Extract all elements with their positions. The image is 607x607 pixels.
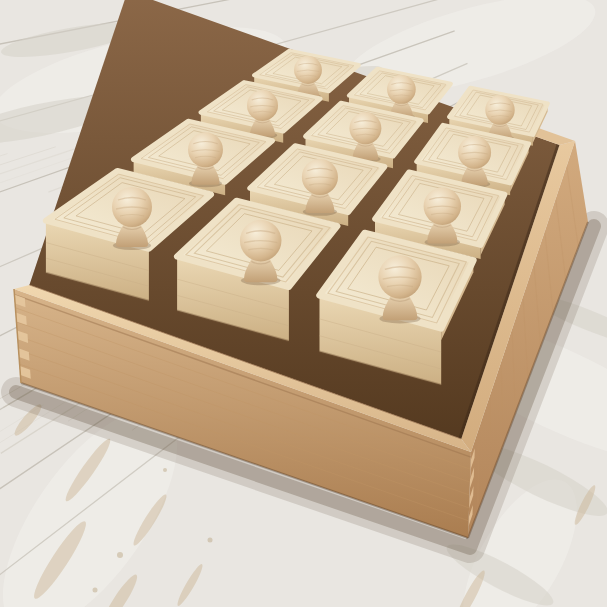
knob-handle [188,132,223,187]
scene-svg [0,0,607,607]
photo-scene [0,0,607,607]
knob-handle [424,188,461,247]
knob-handle [349,112,381,162]
knob-handle [458,136,491,188]
knob-handle [378,255,421,323]
knob-handle [247,90,278,139]
knob-handle [240,220,282,285]
knob-handle [302,159,338,216]
knob-handle [112,187,152,250]
